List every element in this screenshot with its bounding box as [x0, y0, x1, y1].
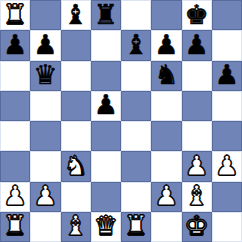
square-f3[interactable] — [151, 151, 181, 181]
square-f6[interactable]: ♞ — [151, 61, 181, 91]
square-h8[interactable] — [212, 0, 242, 30]
square-c1[interactable]: ♝ — [61, 212, 91, 242]
square-e2[interactable] — [121, 182, 151, 212]
white-rook[interactable]: ♜ — [3, 212, 27, 239]
square-d2[interactable] — [91, 182, 121, 212]
square-d8[interactable]: ♜ — [91, 0, 121, 30]
square-f8[interactable] — [151, 0, 181, 30]
white-queen[interactable]: ♛ — [94, 212, 118, 239]
square-f4[interactable] — [151, 121, 181, 151]
square-b7[interactable]: ♟ — [30, 30, 60, 60]
square-c8[interactable]: ♝ — [61, 0, 91, 30]
square-e1[interactable]: ♜ — [121, 212, 151, 242]
black-pawn[interactable]: ♟ — [33, 31, 57, 58]
square-f2[interactable]: ♟ — [151, 182, 181, 212]
white-pawn[interactable]: ♟ — [154, 182, 178, 209]
square-a5[interactable] — [0, 91, 30, 121]
white-pawn[interactable]: ♟ — [3, 182, 27, 209]
square-d6[interactable] — [91, 61, 121, 91]
square-a1[interactable]: ♜ — [0, 212, 30, 242]
square-g1[interactable]: ♚ — [182, 212, 212, 242]
square-g2[interactable]: ♝ — [182, 182, 212, 212]
square-g6[interactable] — [182, 61, 212, 91]
square-h2[interactable] — [212, 182, 242, 212]
square-b3[interactable] — [30, 151, 60, 181]
white-pawn[interactable]: ♟ — [185, 152, 209, 179]
square-e7[interactable]: ♝ — [121, 30, 151, 60]
square-a4[interactable] — [0, 121, 30, 151]
square-h1[interactable] — [212, 212, 242, 242]
white-pawn[interactable]: ♟ — [215, 152, 239, 179]
square-d7[interactable] — [91, 30, 121, 60]
white-rook[interactable]: ♜ — [3, 1, 27, 28]
black-bishop[interactable]: ♝ — [124, 31, 148, 58]
square-b5[interactable] — [30, 91, 60, 121]
square-a8[interactable]: ♜ — [0, 0, 30, 30]
square-g3[interactable]: ♟ — [182, 151, 212, 181]
white-king[interactable]: ♚ — [185, 212, 209, 239]
square-f7[interactable]: ♟ — [151, 30, 181, 60]
square-g4[interactable] — [182, 121, 212, 151]
square-e6[interactable] — [121, 61, 151, 91]
square-b4[interactable] — [30, 121, 60, 151]
square-e3[interactable] — [121, 151, 151, 181]
square-h4[interactable] — [212, 121, 242, 151]
black-queen[interactable]: ♛ — [33, 61, 57, 88]
square-d1[interactable]: ♛ — [91, 212, 121, 242]
square-f5[interactable] — [151, 91, 181, 121]
black-pawn[interactable]: ♟ — [215, 61, 239, 88]
square-c7[interactable] — [61, 30, 91, 60]
chess-board: ♜♝♜♚♟♟♝♟♟♛♞♟♟♞♟♟♟♟♟♝♜♝♛♜♚ — [0, 0, 242, 242]
white-knight[interactable]: ♞ — [64, 152, 88, 179]
square-c2[interactable] — [61, 182, 91, 212]
black-king[interactable]: ♚ — [185, 1, 209, 28]
square-b6[interactable]: ♛ — [30, 61, 60, 91]
square-h5[interactable] — [212, 91, 242, 121]
black-pawn[interactable]: ♟ — [3, 31, 27, 58]
square-b1[interactable] — [30, 212, 60, 242]
white-rook[interactable]: ♜ — [124, 212, 148, 239]
black-pawn[interactable]: ♟ — [94, 91, 118, 118]
black-pawn[interactable]: ♟ — [154, 31, 178, 58]
square-a7[interactable]: ♟ — [0, 30, 30, 60]
square-c6[interactable] — [61, 61, 91, 91]
square-h7[interactable] — [212, 30, 242, 60]
black-rook[interactable]: ♜ — [94, 1, 118, 28]
square-h3[interactable]: ♟ — [212, 151, 242, 181]
square-b8[interactable] — [30, 0, 60, 30]
square-f1[interactable] — [151, 212, 181, 242]
square-a2[interactable]: ♟ — [0, 182, 30, 212]
square-g7[interactable]: ♟ — [182, 30, 212, 60]
square-e4[interactable] — [121, 121, 151, 151]
square-h6[interactable]: ♟ — [212, 61, 242, 91]
white-bishop[interactable]: ♝ — [64, 212, 88, 239]
white-pawn[interactable]: ♟ — [33, 182, 57, 209]
square-d5[interactable]: ♟ — [91, 91, 121, 121]
black-pawn[interactable]: ♟ — [185, 31, 209, 58]
square-d3[interactable] — [91, 151, 121, 181]
square-e5[interactable] — [121, 91, 151, 121]
square-d4[interactable] — [91, 121, 121, 151]
square-c5[interactable] — [61, 91, 91, 121]
black-knight[interactable]: ♞ — [154, 61, 178, 88]
square-c3[interactable]: ♞ — [61, 151, 91, 181]
square-g8[interactable]: ♚ — [182, 0, 212, 30]
square-a6[interactable] — [0, 61, 30, 91]
square-b2[interactable]: ♟ — [30, 182, 60, 212]
white-bishop[interactable]: ♝ — [185, 182, 209, 209]
square-c4[interactable] — [61, 121, 91, 151]
square-a3[interactable] — [0, 151, 30, 181]
square-e8[interactable] — [121, 0, 151, 30]
black-bishop[interactable]: ♝ — [64, 1, 88, 28]
square-g5[interactable] — [182, 91, 212, 121]
